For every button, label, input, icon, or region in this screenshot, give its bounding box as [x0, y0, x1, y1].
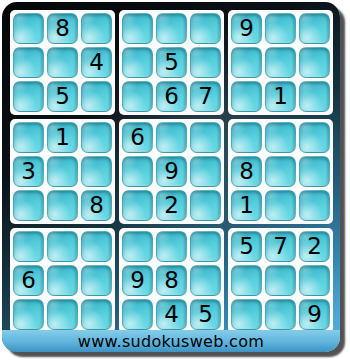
- cell-r1c9[interactable]: [299, 13, 330, 44]
- cell-r8c9[interactable]: [299, 265, 330, 296]
- cell-r6c7[interactable]: 1: [231, 190, 262, 221]
- cell-r6c9[interactable]: [299, 190, 330, 221]
- cell-r2c3[interactable]: 4: [81, 47, 112, 78]
- cell-r1c3[interactable]: [81, 13, 112, 44]
- cell-r6c4[interactable]: [122, 190, 153, 221]
- cell-r4c7[interactable]: [231, 122, 262, 153]
- cell-r5c5[interactable]: 9: [156, 156, 187, 187]
- cell-r2c9[interactable]: [299, 47, 330, 78]
- cell-r7c1[interactable]: [13, 231, 44, 262]
- cell-r3c2[interactable]: 5: [47, 81, 78, 112]
- cell-r7c6[interactable]: [190, 231, 221, 262]
- cell-r6c6[interactable]: [190, 190, 221, 221]
- cell-r3c6[interactable]: 7: [190, 81, 221, 112]
- box-r1c2: 567: [119, 10, 224, 115]
- footer-band: www.sudokusweb.com: [2, 330, 340, 352]
- cell-r8c4[interactable]: 9: [122, 265, 153, 296]
- cell-r2c4[interactable]: [122, 47, 153, 78]
- cell-r7c7[interactable]: 5: [231, 231, 262, 262]
- cell-r9c1[interactable]: [13, 299, 44, 330]
- cell-r3c3[interactable]: [81, 81, 112, 112]
- cell-r9c6[interactable]: 5: [190, 299, 221, 330]
- cell-r2c1[interactable]: [13, 47, 44, 78]
- cell-r9c8[interactable]: [265, 299, 296, 330]
- cell-r4c6[interactable]: [190, 122, 221, 153]
- box-r2c3: 81: [228, 119, 333, 224]
- box-r3c3: 5729: [228, 228, 333, 333]
- cell-r1c8[interactable]: [265, 13, 296, 44]
- cell-r7c4[interactable]: [122, 231, 153, 262]
- cell-r8c6[interactable]: [190, 265, 221, 296]
- cell-r6c1[interactable]: [13, 190, 44, 221]
- cell-r5c6[interactable]: [190, 156, 221, 187]
- cell-r4c1[interactable]: [13, 122, 44, 153]
- cell-r5c9[interactable]: [299, 156, 330, 187]
- cell-r9c2[interactable]: [47, 299, 78, 330]
- box-r3c2: 9845: [119, 228, 224, 333]
- cell-r6c8[interactable]: [265, 190, 296, 221]
- cell-r7c5[interactable]: [156, 231, 187, 262]
- cell-r5c2[interactable]: [47, 156, 78, 187]
- cell-r1c7[interactable]: 9: [231, 13, 262, 44]
- cell-r5c3[interactable]: [81, 156, 112, 187]
- cell-r7c2[interactable]: [47, 231, 78, 262]
- cell-r9c3[interactable]: [81, 299, 112, 330]
- sudoku-widget: 8455679113869281698455729 www.sudokusweb…: [0, 0, 350, 360]
- cell-r4c3[interactable]: [81, 122, 112, 153]
- box-r2c2: 692: [119, 119, 224, 224]
- cell-r1c2[interactable]: 8: [47, 13, 78, 44]
- cell-r5c4[interactable]: [122, 156, 153, 187]
- cell-r6c5[interactable]: 2: [156, 190, 187, 221]
- cell-r4c9[interactable]: [299, 122, 330, 153]
- cell-r9c5[interactable]: 4: [156, 299, 187, 330]
- cell-r7c9[interactable]: 2: [299, 231, 330, 262]
- sudoku-board: 8455679113869281698455729 www.sudokusweb…: [2, 2, 340, 352]
- cell-r5c1[interactable]: 3: [13, 156, 44, 187]
- cell-r7c3[interactable]: [81, 231, 112, 262]
- cell-r2c2[interactable]: [47, 47, 78, 78]
- box-r3c1: 6: [10, 228, 115, 333]
- cell-r3c1[interactable]: [13, 81, 44, 112]
- cell-r9c9[interactable]: 9: [299, 299, 330, 330]
- cell-r6c3[interactable]: 8: [81, 190, 112, 221]
- cell-r1c1[interactable]: [13, 13, 44, 44]
- cell-r2c5[interactable]: 5: [156, 47, 187, 78]
- cell-r8c3[interactable]: [81, 265, 112, 296]
- cell-r8c8[interactable]: [265, 265, 296, 296]
- cell-r5c8[interactable]: [265, 156, 296, 187]
- cell-r4c8[interactable]: [265, 122, 296, 153]
- cell-r4c2[interactable]: 1: [47, 122, 78, 153]
- cell-r5c7[interactable]: 8: [231, 156, 262, 187]
- cell-r9c4[interactable]: [122, 299, 153, 330]
- cell-r8c1[interactable]: 6: [13, 265, 44, 296]
- cell-r3c4[interactable]: [122, 81, 153, 112]
- cell-r2c7[interactable]: [231, 47, 262, 78]
- box-r2c1: 138: [10, 119, 115, 224]
- cell-r3c7[interactable]: [231, 81, 262, 112]
- cell-r8c7[interactable]: [231, 265, 262, 296]
- cell-r2c8[interactable]: [265, 47, 296, 78]
- cell-r1c5[interactable]: [156, 13, 187, 44]
- cell-r1c6[interactable]: [190, 13, 221, 44]
- cell-r6c2[interactable]: [47, 190, 78, 221]
- sudokusweb-url-link[interactable]: www.sudokusweb.com: [78, 332, 264, 351]
- cell-r1c4[interactable]: [122, 13, 153, 44]
- cell-r8c5[interactable]: 8: [156, 265, 187, 296]
- cell-r8c2[interactable]: [47, 265, 78, 296]
- cell-r3c9[interactable]: [299, 81, 330, 112]
- cell-r4c5[interactable]: [156, 122, 187, 153]
- cell-r2c6[interactable]: [190, 47, 221, 78]
- cell-r3c5[interactable]: 6: [156, 81, 187, 112]
- sudoku-box-grid: 8455679113869281698455729: [10, 10, 333, 333]
- cell-r4c4[interactable]: 6: [122, 122, 153, 153]
- cell-r3c8[interactable]: 1: [265, 81, 296, 112]
- box-r1c3: 91: [228, 10, 333, 115]
- cell-r9c7[interactable]: [231, 299, 262, 330]
- box-r1c1: 845: [10, 10, 115, 115]
- cell-r7c8[interactable]: 7: [265, 231, 296, 262]
